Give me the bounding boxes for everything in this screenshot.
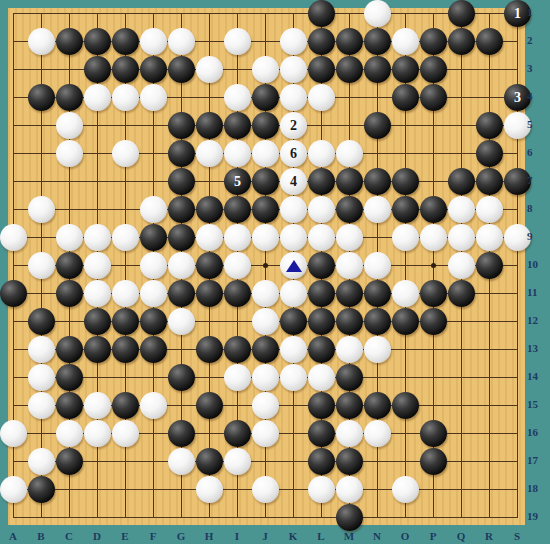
white-stone-O18[interactable] bbox=[392, 476, 419, 503]
white-stone-D10[interactable] bbox=[84, 252, 111, 279]
row-label-18: 18 bbox=[527, 482, 547, 494]
white-stone-K5[interactable]: 2 bbox=[280, 112, 307, 139]
white-stone-B2[interactable] bbox=[28, 28, 55, 55]
row-label-9: 9 bbox=[527, 230, 547, 242]
row-label-5: 5 bbox=[527, 118, 547, 130]
black-stone-I5[interactable] bbox=[224, 112, 251, 139]
black-stone-G8[interactable] bbox=[168, 196, 195, 223]
white-stone-J6[interactable] bbox=[252, 140, 279, 167]
row-label-15: 15 bbox=[527, 398, 547, 410]
move-number-label: 3 bbox=[514, 91, 521, 105]
white-stone-L14[interactable] bbox=[308, 364, 335, 391]
white-stone-E9[interactable] bbox=[112, 224, 139, 251]
white-stone-M18[interactable] bbox=[336, 476, 363, 503]
black-stone-H5[interactable] bbox=[196, 112, 223, 139]
white-stone-J14[interactable] bbox=[252, 364, 279, 391]
black-stone-L12[interactable] bbox=[308, 308, 335, 335]
white-stone-I2[interactable] bbox=[224, 28, 251, 55]
row-label-19: 19 bbox=[527, 510, 547, 522]
white-stone-E11[interactable] bbox=[112, 280, 139, 307]
white-stone-I10[interactable] bbox=[224, 252, 251, 279]
black-stone-N12[interactable] bbox=[364, 308, 391, 335]
black-stone-N2[interactable] bbox=[364, 28, 391, 55]
white-stone-K11[interactable] bbox=[280, 280, 307, 307]
white-stone-B10[interactable] bbox=[28, 252, 55, 279]
white-stone-K3[interactable] bbox=[280, 56, 307, 83]
column-label-B: B bbox=[31, 530, 51, 542]
go-board[interactable]: 132654 bbox=[8, 8, 525, 525]
white-stone-J11[interactable] bbox=[252, 280, 279, 307]
move-number-label: 5 bbox=[234, 175, 241, 189]
column-label-N: N bbox=[367, 530, 387, 542]
column-label-L: L bbox=[311, 530, 331, 542]
white-stone-M13[interactable] bbox=[336, 336, 363, 363]
black-stone-P3[interactable] bbox=[420, 56, 447, 83]
white-stone-N13[interactable] bbox=[364, 336, 391, 363]
black-stone-G5[interactable] bbox=[168, 112, 195, 139]
star-point bbox=[263, 263, 268, 268]
black-stone-E15[interactable] bbox=[112, 392, 139, 419]
white-stone-R9[interactable] bbox=[476, 224, 503, 251]
white-stone-G17[interactable] bbox=[168, 448, 195, 475]
black-stone-N3[interactable] bbox=[364, 56, 391, 83]
black-stone-R6[interactable] bbox=[476, 140, 503, 167]
black-stone-M17[interactable] bbox=[336, 448, 363, 475]
white-stone-P9[interactable] bbox=[420, 224, 447, 251]
white-stone-B13[interactable] bbox=[28, 336, 55, 363]
white-stone-J3[interactable] bbox=[252, 56, 279, 83]
white-stone-R8[interactable] bbox=[476, 196, 503, 223]
black-stone-I13[interactable] bbox=[224, 336, 251, 363]
black-stone-M7[interactable] bbox=[336, 168, 363, 195]
white-stone-M6[interactable] bbox=[336, 140, 363, 167]
black-stone-C10[interactable] bbox=[56, 252, 83, 279]
triangle-marker-icon bbox=[286, 260, 302, 272]
black-stone-Q1[interactable] bbox=[448, 0, 475, 27]
column-label-E: E bbox=[115, 530, 135, 542]
black-stone-F12[interactable] bbox=[140, 308, 167, 335]
row-label-14: 14 bbox=[527, 370, 547, 382]
row-label-10: 10 bbox=[527, 258, 547, 270]
white-stone-J12[interactable] bbox=[252, 308, 279, 335]
go-client-window: 132654 ABCDEFGHIJKLMNOPQRS 1234567891011… bbox=[0, 0, 550, 544]
white-stone-H9[interactable] bbox=[196, 224, 223, 251]
black-stone-R7[interactable] bbox=[476, 168, 503, 195]
column-label-F: F bbox=[143, 530, 163, 542]
white-stone-L9[interactable] bbox=[308, 224, 335, 251]
black-stone-Q2[interactable] bbox=[448, 28, 475, 55]
black-stone-P8[interactable] bbox=[420, 196, 447, 223]
column-label-G: G bbox=[171, 530, 191, 542]
black-stone-C14[interactable] bbox=[56, 364, 83, 391]
white-stone-E4[interactable] bbox=[112, 84, 139, 111]
white-stone-F11[interactable] bbox=[140, 280, 167, 307]
white-stone-A9[interactable] bbox=[0, 224, 27, 251]
column-label-M: M bbox=[339, 530, 359, 542]
black-stone-I11[interactable] bbox=[224, 280, 251, 307]
white-stone-F8[interactable] bbox=[140, 196, 167, 223]
black-stone-P17[interactable] bbox=[420, 448, 447, 475]
black-stone-M14[interactable] bbox=[336, 364, 363, 391]
black-stone-L1[interactable] bbox=[308, 0, 335, 27]
white-stone-L6[interactable] bbox=[308, 140, 335, 167]
black-stone-L7[interactable] bbox=[308, 168, 335, 195]
white-stone-F10[interactable] bbox=[140, 252, 167, 279]
black-stone-L11[interactable] bbox=[308, 280, 335, 307]
white-stone-A18[interactable] bbox=[0, 476, 27, 503]
white-stone-I6[interactable] bbox=[224, 140, 251, 167]
black-stone-R5[interactable] bbox=[476, 112, 503, 139]
black-stone-C11[interactable] bbox=[56, 280, 83, 307]
black-stone-M15[interactable] bbox=[336, 392, 363, 419]
white-stone-K4[interactable] bbox=[280, 84, 307, 111]
row-label-11: 11 bbox=[527, 286, 547, 298]
white-stone-A16[interactable] bbox=[0, 420, 27, 447]
white-stone-H3[interactable] bbox=[196, 56, 223, 83]
white-stone-D16[interactable] bbox=[84, 420, 111, 447]
black-stone-L16[interactable] bbox=[308, 420, 335, 447]
black-stone-O12[interactable] bbox=[392, 308, 419, 335]
white-stone-D4[interactable] bbox=[84, 84, 111, 111]
white-stone-J15[interactable] bbox=[252, 392, 279, 419]
white-stone-N16[interactable] bbox=[364, 420, 391, 447]
black-stone-C13[interactable] bbox=[56, 336, 83, 363]
move-number-label: 2 bbox=[290, 119, 297, 133]
black-stone-M11[interactable] bbox=[336, 280, 363, 307]
white-stone-G10[interactable] bbox=[168, 252, 195, 279]
black-stone-J5[interactable] bbox=[252, 112, 279, 139]
black-stone-B4[interactable] bbox=[28, 84, 55, 111]
black-stone-A11[interactable] bbox=[0, 280, 27, 307]
white-stone-J18[interactable] bbox=[252, 476, 279, 503]
black-stone-B18[interactable] bbox=[28, 476, 55, 503]
black-stone-E3[interactable] bbox=[112, 56, 139, 83]
black-stone-R2[interactable] bbox=[476, 28, 503, 55]
black-stone-C15[interactable] bbox=[56, 392, 83, 419]
black-stone-F3[interactable] bbox=[140, 56, 167, 83]
black-stone-J8[interactable] bbox=[252, 196, 279, 223]
black-stone-G9[interactable] bbox=[168, 224, 195, 251]
black-stone-H8[interactable] bbox=[196, 196, 223, 223]
black-stone-H17[interactable] bbox=[196, 448, 223, 475]
black-stone-O4[interactable] bbox=[392, 84, 419, 111]
black-stone-O15[interactable] bbox=[392, 392, 419, 419]
black-stone-J7[interactable] bbox=[252, 168, 279, 195]
black-stone-E13[interactable] bbox=[112, 336, 139, 363]
black-stone-P16[interactable] bbox=[420, 420, 447, 447]
row-label-4: 4 bbox=[527, 90, 547, 102]
row-label-8: 8 bbox=[527, 202, 547, 214]
column-label-D: D bbox=[87, 530, 107, 542]
white-stone-D11[interactable] bbox=[84, 280, 111, 307]
white-stone-L4[interactable] bbox=[308, 84, 335, 111]
white-stone-I17[interactable] bbox=[224, 448, 251, 475]
black-stone-P11[interactable] bbox=[420, 280, 447, 307]
black-stone-G11[interactable] bbox=[168, 280, 195, 307]
column-label-A: A bbox=[3, 530, 23, 542]
black-stone-Q7[interactable] bbox=[448, 168, 475, 195]
black-stone-D3[interactable] bbox=[84, 56, 111, 83]
row-label-16: 16 bbox=[527, 426, 547, 438]
black-stone-M19[interactable] bbox=[336, 504, 363, 531]
row-label-12: 12 bbox=[527, 314, 547, 326]
black-stone-E2[interactable] bbox=[112, 28, 139, 55]
black-stone-N11[interactable] bbox=[364, 280, 391, 307]
black-stone-B12[interactable] bbox=[28, 308, 55, 335]
black-stone-P12[interactable] bbox=[420, 308, 447, 335]
black-stone-I7[interactable]: 5 bbox=[224, 168, 251, 195]
move-number-label: 1 bbox=[514, 7, 521, 21]
white-stone-K14[interactable] bbox=[280, 364, 307, 391]
white-stone-C5[interactable] bbox=[56, 112, 83, 139]
white-stone-N8[interactable] bbox=[364, 196, 391, 223]
white-stone-L8[interactable] bbox=[308, 196, 335, 223]
black-stone-C4[interactable] bbox=[56, 84, 83, 111]
black-stone-H13[interactable] bbox=[196, 336, 223, 363]
white-stone-J16[interactable] bbox=[252, 420, 279, 447]
black-stone-G7[interactable] bbox=[168, 168, 195, 195]
white-stone-D9[interactable] bbox=[84, 224, 111, 251]
white-stone-K2[interactable] bbox=[280, 28, 307, 55]
row-label-6: 6 bbox=[527, 146, 547, 158]
white-stone-G12[interactable] bbox=[168, 308, 195, 335]
black-stone-Q11[interactable] bbox=[448, 280, 475, 307]
black-stone-D13[interactable] bbox=[84, 336, 111, 363]
black-stone-N5[interactable] bbox=[364, 112, 391, 139]
white-stone-G2[interactable] bbox=[168, 28, 195, 55]
white-stone-F2[interactable] bbox=[140, 28, 167, 55]
white-stone-M10[interactable] bbox=[336, 252, 363, 279]
white-stone-K7[interactable]: 4 bbox=[280, 168, 307, 195]
black-stone-R10[interactable] bbox=[476, 252, 503, 279]
row-label-3: 3 bbox=[527, 62, 547, 74]
white-stone-J9[interactable] bbox=[252, 224, 279, 251]
black-stone-G6[interactable] bbox=[168, 140, 195, 167]
white-stone-K10[interactable] bbox=[280, 252, 307, 279]
white-stone-I9[interactable] bbox=[224, 224, 251, 251]
column-label-I: I bbox=[227, 530, 247, 542]
black-stone-N15[interactable] bbox=[364, 392, 391, 419]
black-stone-F13[interactable] bbox=[140, 336, 167, 363]
black-stone-J4[interactable] bbox=[252, 84, 279, 111]
column-label-P: P bbox=[423, 530, 443, 542]
black-stone-G3[interactable] bbox=[168, 56, 195, 83]
column-label-H: H bbox=[199, 530, 219, 542]
row-label-2: 2 bbox=[527, 34, 547, 46]
black-stone-F9[interactable] bbox=[140, 224, 167, 251]
black-stone-O7[interactable] bbox=[392, 168, 419, 195]
row-label-13: 13 bbox=[527, 342, 547, 354]
black-stone-H10[interactable] bbox=[196, 252, 223, 279]
black-stone-E12[interactable] bbox=[112, 308, 139, 335]
white-stone-F4[interactable] bbox=[140, 84, 167, 111]
black-stone-I8[interactable] bbox=[224, 196, 251, 223]
row-label-17: 17 bbox=[527, 454, 547, 466]
row-label-7: 7 bbox=[527, 174, 547, 186]
white-stone-K9[interactable] bbox=[280, 224, 307, 251]
black-stone-M12[interactable] bbox=[336, 308, 363, 335]
white-stone-H18[interactable] bbox=[196, 476, 223, 503]
black-stone-M8[interactable] bbox=[336, 196, 363, 223]
white-stone-C9[interactable] bbox=[56, 224, 83, 251]
column-label-C: C bbox=[59, 530, 79, 542]
white-stone-I4[interactable] bbox=[224, 84, 251, 111]
white-stone-D15[interactable] bbox=[84, 392, 111, 419]
column-label-J: J bbox=[255, 530, 275, 542]
black-stone-L2[interactable] bbox=[308, 28, 335, 55]
white-stone-O9[interactable] bbox=[392, 224, 419, 251]
row-label-1: 1 bbox=[527, 6, 547, 18]
black-stone-N7[interactable] bbox=[364, 168, 391, 195]
black-stone-J13[interactable] bbox=[252, 336, 279, 363]
white-stone-O11[interactable] bbox=[392, 280, 419, 307]
black-stone-C17[interactable] bbox=[56, 448, 83, 475]
white-stone-I14[interactable] bbox=[224, 364, 251, 391]
move-number-label: 6 bbox=[290, 147, 297, 161]
star-point bbox=[431, 263, 436, 268]
white-stone-B14[interactable] bbox=[28, 364, 55, 391]
black-stone-L15[interactable] bbox=[308, 392, 335, 419]
black-stone-H11[interactable] bbox=[196, 280, 223, 307]
white-stone-E16[interactable] bbox=[112, 420, 139, 447]
black-stone-G16[interactable] bbox=[168, 420, 195, 447]
white-stone-E6[interactable] bbox=[112, 140, 139, 167]
white-stone-Q9[interactable] bbox=[448, 224, 475, 251]
black-stone-G14[interactable] bbox=[168, 364, 195, 391]
black-stone-O8[interactable] bbox=[392, 196, 419, 223]
black-stone-P2[interactable] bbox=[420, 28, 447, 55]
black-stone-D12[interactable] bbox=[84, 308, 111, 335]
white-stone-N1[interactable] bbox=[364, 0, 391, 27]
white-stone-C16[interactable] bbox=[56, 420, 83, 447]
black-stone-I16[interactable] bbox=[224, 420, 251, 447]
column-label-K: K bbox=[283, 530, 303, 542]
white-stone-N10[interactable] bbox=[364, 252, 391, 279]
black-stone-M2[interactable] bbox=[336, 28, 363, 55]
white-stone-K8[interactable] bbox=[280, 196, 307, 223]
column-label-Q: Q bbox=[451, 530, 471, 542]
white-stone-O2[interactable] bbox=[392, 28, 419, 55]
move-number-label: 4 bbox=[290, 175, 297, 189]
white-stone-M16[interactable] bbox=[336, 420, 363, 447]
black-stone-C2[interactable] bbox=[56, 28, 83, 55]
white-stone-C6[interactable] bbox=[56, 140, 83, 167]
black-stone-L13[interactable] bbox=[308, 336, 335, 363]
white-stone-F15[interactable] bbox=[140, 392, 167, 419]
black-stone-D2[interactable] bbox=[84, 28, 111, 55]
white-stone-B15[interactable] bbox=[28, 392, 55, 419]
black-stone-H15[interactable] bbox=[196, 392, 223, 419]
white-stone-Q10[interactable] bbox=[448, 252, 475, 279]
white-stone-Q8[interactable] bbox=[448, 196, 475, 223]
black-stone-K12[interactable] bbox=[280, 308, 307, 335]
black-stone-P4[interactable] bbox=[420, 84, 447, 111]
white-stone-K13[interactable] bbox=[280, 336, 307, 363]
white-stone-H6[interactable] bbox=[196, 140, 223, 167]
white-stone-K6[interactable]: 6 bbox=[280, 140, 307, 167]
column-label-S: S bbox=[507, 530, 527, 542]
black-stone-L10[interactable] bbox=[308, 252, 335, 279]
black-stone-L17[interactable] bbox=[308, 448, 335, 475]
black-stone-O3[interactable] bbox=[392, 56, 419, 83]
black-stone-M3[interactable] bbox=[336, 56, 363, 83]
white-stone-B17[interactable] bbox=[28, 448, 55, 475]
column-label-R: R bbox=[479, 530, 499, 542]
white-stone-B8[interactable] bbox=[28, 196, 55, 223]
white-stone-L18[interactable] bbox=[308, 476, 335, 503]
black-stone-L3[interactable] bbox=[308, 56, 335, 83]
white-stone-M9[interactable] bbox=[336, 224, 363, 251]
column-label-O: O bbox=[395, 530, 415, 542]
